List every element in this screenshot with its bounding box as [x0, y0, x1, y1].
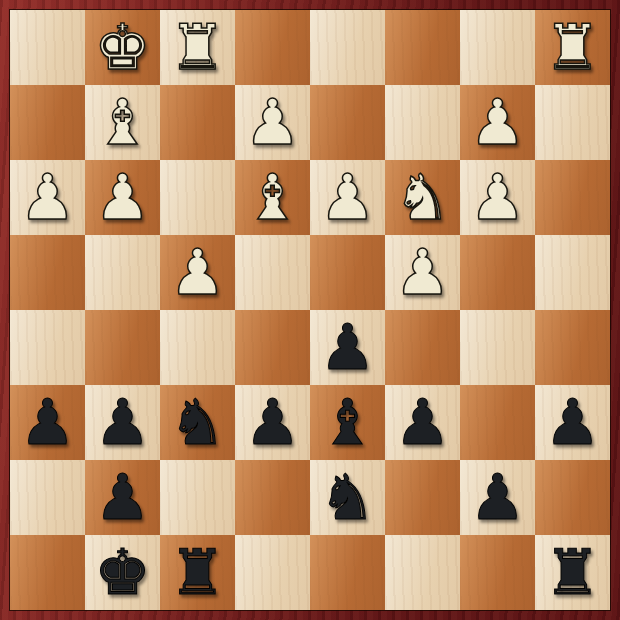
- square-f4[interactable]: ♟: [160, 235, 235, 310]
- square-f1[interactable]: ♜: [160, 10, 235, 85]
- square-c5[interactable]: [385, 310, 460, 385]
- square-e8[interactable]: [235, 535, 310, 610]
- piece-white-pawn: ♟: [169, 241, 225, 304]
- square-c6[interactable]: ♟: [385, 385, 460, 460]
- square-f2[interactable]: [160, 85, 235, 160]
- piece-black-bishop: ♝: [319, 391, 375, 454]
- piece-white-pawn: ♟: [319, 166, 375, 229]
- square-d7[interactable]: ♞: [310, 460, 385, 535]
- piece-white-bishop: ♝: [94, 91, 150, 154]
- piece-white-king: ♚: [94, 16, 150, 79]
- piece-black-pawn: ♟: [319, 316, 375, 379]
- square-b5[interactable]: [460, 310, 535, 385]
- piece-white-rook: ♜: [169, 16, 225, 79]
- square-d8[interactable]: [310, 535, 385, 610]
- square-e3[interactable]: ♝: [235, 160, 310, 235]
- square-b8[interactable]: [460, 535, 535, 610]
- piece-black-pawn: ♟: [19, 391, 75, 454]
- piece-black-pawn: ♟: [544, 391, 600, 454]
- piece-black-knight: ♞: [319, 466, 375, 529]
- piece-black-rook: ♜: [544, 541, 600, 604]
- piece-white-bishop: ♝: [244, 166, 300, 229]
- board-frame: ♚♜♜♝♟♟♟♟♝♟♞♟♟♟♟♟♟♞♟♝♟♟♟♞♟♚♜♜: [0, 0, 620, 620]
- square-f6[interactable]: ♞: [160, 385, 235, 460]
- piece-black-pawn: ♟: [94, 391, 150, 454]
- square-a4[interactable]: [535, 235, 610, 310]
- piece-black-pawn: ♟: [244, 391, 300, 454]
- square-f8[interactable]: ♜: [160, 535, 235, 610]
- square-c3[interactable]: ♞: [385, 160, 460, 235]
- piece-white-pawn: ♟: [19, 166, 75, 229]
- square-h2[interactable]: [10, 85, 85, 160]
- square-f5[interactable]: [160, 310, 235, 385]
- piece-white-knight: ♞: [394, 166, 450, 229]
- square-f7[interactable]: [160, 460, 235, 535]
- square-h7[interactable]: [10, 460, 85, 535]
- square-c2[interactable]: [385, 85, 460, 160]
- square-g4[interactable]: [85, 235, 160, 310]
- piece-white-rook: ♜: [544, 16, 600, 79]
- piece-white-pawn: ♟: [469, 166, 525, 229]
- piece-black-pawn: ♟: [469, 466, 525, 529]
- square-g7[interactable]: ♟: [85, 460, 160, 535]
- piece-black-knight: ♞: [169, 391, 225, 454]
- square-a5[interactable]: [535, 310, 610, 385]
- chess-board: ♚♜♜♝♟♟♟♟♝♟♞♟♟♟♟♟♟♞♟♝♟♟♟♞♟♚♜♜: [10, 10, 610, 610]
- square-h8[interactable]: [10, 535, 85, 610]
- square-a8[interactable]: ♜: [535, 535, 610, 610]
- square-h3[interactable]: ♟: [10, 160, 85, 235]
- square-d1[interactable]: [310, 10, 385, 85]
- square-e2[interactable]: ♟: [235, 85, 310, 160]
- square-a6[interactable]: ♟: [535, 385, 610, 460]
- square-e6[interactable]: ♟: [235, 385, 310, 460]
- square-d2[interactable]: [310, 85, 385, 160]
- square-g3[interactable]: ♟: [85, 160, 160, 235]
- square-e1[interactable]: [235, 10, 310, 85]
- square-b4[interactable]: [460, 235, 535, 310]
- piece-white-pawn: ♟: [394, 241, 450, 304]
- square-c1[interactable]: [385, 10, 460, 85]
- square-e7[interactable]: [235, 460, 310, 535]
- square-b7[interactable]: ♟: [460, 460, 535, 535]
- square-a3[interactable]: [535, 160, 610, 235]
- square-d4[interactable]: [310, 235, 385, 310]
- square-g5[interactable]: [85, 310, 160, 385]
- square-a1[interactable]: ♜: [535, 10, 610, 85]
- piece-black-rook: ♜: [169, 541, 225, 604]
- piece-white-pawn: ♟: [244, 91, 300, 154]
- square-a7[interactable]: [535, 460, 610, 535]
- piece-white-pawn: ♟: [94, 166, 150, 229]
- square-c8[interactable]: [385, 535, 460, 610]
- square-b6[interactable]: [460, 385, 535, 460]
- square-h1[interactable]: [10, 10, 85, 85]
- square-g8[interactable]: ♚: [85, 535, 160, 610]
- square-f3[interactable]: [160, 160, 235, 235]
- square-g6[interactable]: ♟: [85, 385, 160, 460]
- square-h5[interactable]: [10, 310, 85, 385]
- square-h4[interactable]: [10, 235, 85, 310]
- piece-white-pawn: ♟: [469, 91, 525, 154]
- square-b3[interactable]: ♟: [460, 160, 535, 235]
- square-h6[interactable]: ♟: [10, 385, 85, 460]
- square-d5[interactable]: ♟: [310, 310, 385, 385]
- square-a2[interactable]: [535, 85, 610, 160]
- square-b2[interactable]: ♟: [460, 85, 535, 160]
- square-g2[interactable]: ♝: [85, 85, 160, 160]
- piece-black-king: ♚: [94, 541, 150, 604]
- square-c4[interactable]: ♟: [385, 235, 460, 310]
- square-e5[interactable]: [235, 310, 310, 385]
- square-d3[interactable]: ♟: [310, 160, 385, 235]
- piece-black-pawn: ♟: [94, 466, 150, 529]
- square-e4[interactable]: [235, 235, 310, 310]
- piece-black-pawn: ♟: [394, 391, 450, 454]
- square-d6[interactable]: ♝: [310, 385, 385, 460]
- square-g1[interactable]: ♚: [85, 10, 160, 85]
- square-b1[interactable]: [460, 10, 535, 85]
- square-c7[interactable]: [385, 460, 460, 535]
